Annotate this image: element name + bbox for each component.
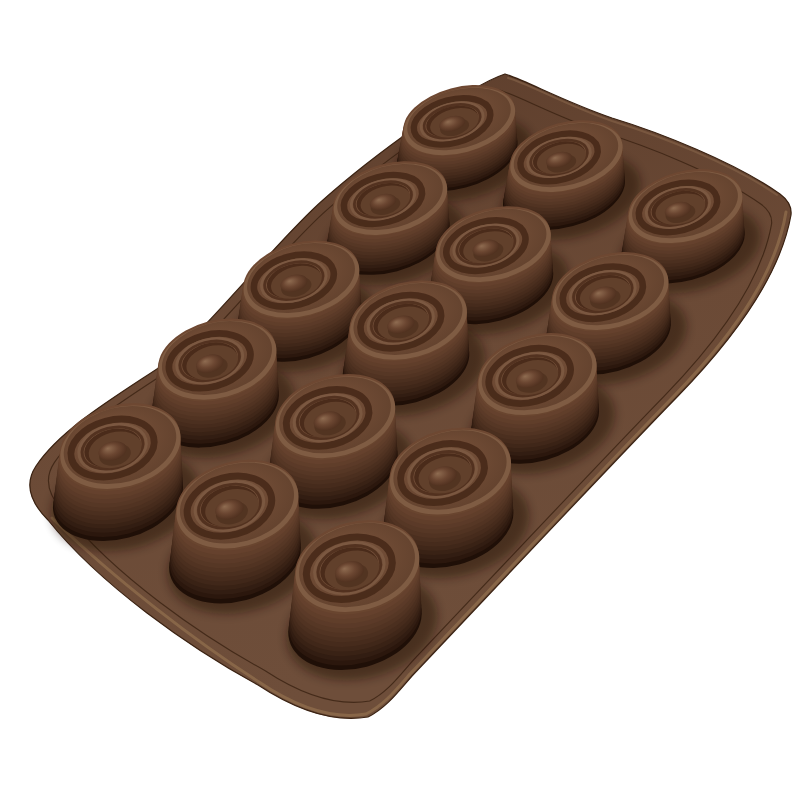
product-photo [0,0,800,800]
mold-svg [0,0,800,800]
